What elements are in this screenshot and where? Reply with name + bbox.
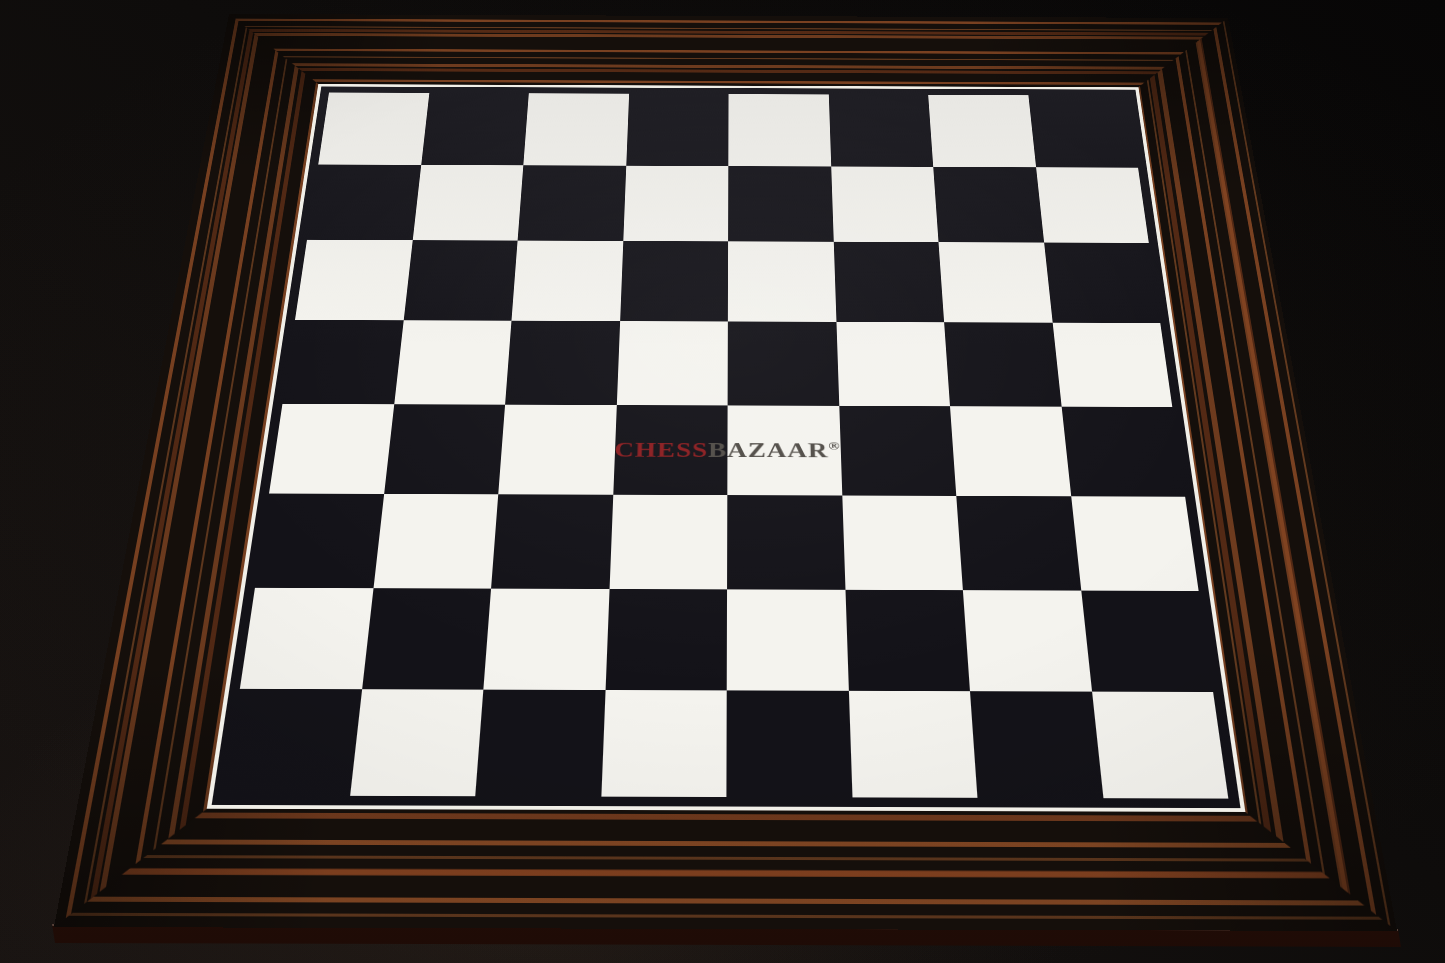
chess-board: CHESSBAZAAR® [54,14,1397,931]
square-h7 [1036,167,1149,243]
square-g8 [928,95,1035,167]
square-b3 [373,494,498,589]
square-f1 [848,690,977,797]
square-a7 [307,164,421,240]
board-playing-surface: CHESSBAZAAR® [207,84,1246,812]
square-e6 [728,241,836,321]
square-h8 [1028,95,1138,167]
square-b2 [362,588,491,689]
square-c5 [505,320,620,405]
square-d1 [601,690,727,797]
square-h4 [1061,407,1185,497]
square-d8 [626,94,729,166]
square-c7 [518,165,626,241]
square-h6 [1044,243,1161,323]
square-g6 [939,242,1053,322]
square-b6 [403,240,517,320]
square-f3 [842,495,963,590]
square-e8 [728,94,830,166]
square-f4 [839,406,956,496]
square-c1 [475,689,605,796]
square-g7 [933,167,1043,243]
square-f8 [828,94,933,166]
square-a3 [255,493,384,588]
square-f5 [836,322,950,407]
square-e4 [727,405,841,495]
square-a4 [269,404,394,494]
square-f2 [845,590,970,691]
square-d3 [609,494,727,589]
board-grid [224,93,1228,799]
square-g5 [944,322,1061,407]
square-b1 [350,689,484,796]
square-a1 [224,688,362,795]
square-a2 [240,588,373,689]
square-a6 [295,240,412,320]
square-g3 [956,496,1081,591]
square-b8 [421,93,529,165]
square-e3 [727,495,845,590]
square-e7 [728,166,833,242]
square-e5 [728,321,839,406]
square-d7 [623,165,728,241]
square-h3 [1071,496,1199,591]
square-d5 [616,321,728,406]
square-d2 [605,589,727,690]
square-b4 [384,404,505,494]
square-c3 [491,494,613,589]
square-c6 [512,241,623,321]
square-c2 [483,589,609,690]
square-f7 [831,166,939,242]
square-h5 [1052,322,1172,407]
square-d4 [613,405,728,495]
square-b7 [412,165,523,241]
square-e2 [727,589,849,690]
square-g1 [970,691,1103,798]
square-h2 [1081,591,1213,692]
square-f6 [833,242,944,322]
square-a5 [282,320,403,405]
square-h1 [1092,691,1229,798]
square-g4 [950,406,1071,496]
photo-background: CHESSBAZAAR® [0,0,1445,963]
square-c4 [498,405,616,495]
square-e1 [726,690,852,797]
square-c8 [523,93,628,165]
square-b5 [394,320,512,405]
square-a8 [318,93,429,165]
square-d6 [620,241,728,321]
square-g2 [963,590,1092,691]
